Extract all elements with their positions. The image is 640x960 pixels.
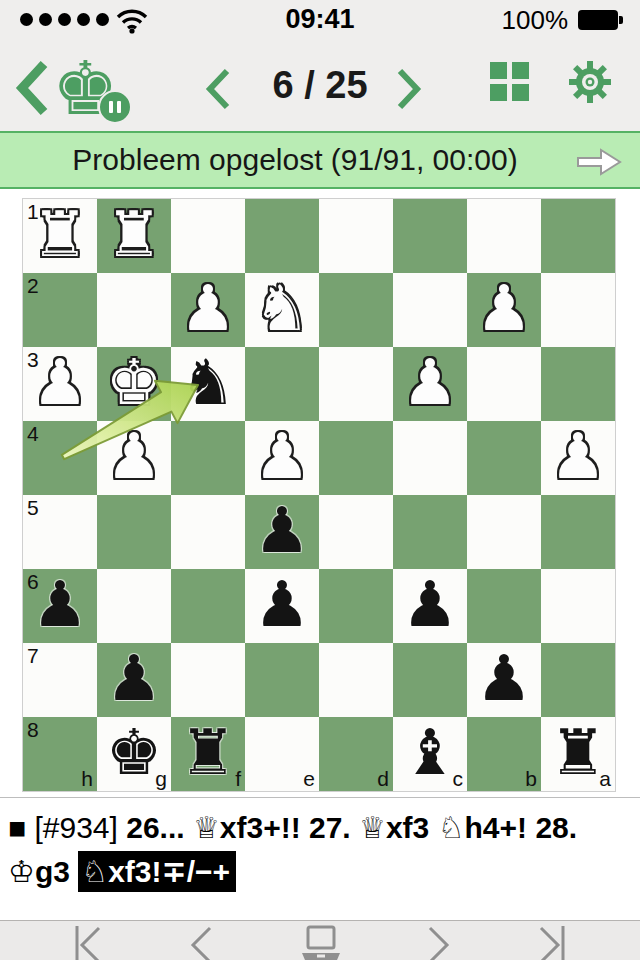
- white-p-piece: ♟: [541, 421, 615, 495]
- square-h6[interactable]: ♟6: [23, 569, 97, 643]
- square-b8[interactable]: b: [467, 717, 541, 791]
- rank-label-6: 6: [27, 570, 39, 594]
- square-h5[interactable]: 5: [23, 495, 97, 569]
- square-c5[interactable]: [393, 495, 467, 569]
- square-e5[interactable]: ♟: [245, 495, 319, 569]
- square-c1[interactable]: [393, 199, 467, 273]
- white-k-piece: ♚: [97, 347, 171, 421]
- go-last-button[interactable]: [531, 923, 575, 960]
- square-d3[interactable]: [319, 347, 393, 421]
- square-h2[interactable]: 2: [23, 273, 97, 347]
- square-a1[interactable]: [541, 199, 615, 273]
- square-f1[interactable]: [171, 199, 245, 273]
- file-label-d: d: [377, 767, 389, 791]
- square-b1[interactable]: [467, 199, 541, 273]
- square-b6[interactable]: [467, 569, 541, 643]
- file-label-h: h: [81, 767, 93, 791]
- square-c6[interactable]: ♟: [393, 569, 467, 643]
- square-e3[interactable]: [245, 347, 319, 421]
- notation-segment: ■ [#934]: [8, 811, 126, 844]
- square-d5[interactable]: [319, 495, 393, 569]
- white-r-piece: ♜: [97, 199, 171, 273]
- status-banner: Probleem opgelost (91/91, 00:00): [0, 131, 640, 189]
- square-d1[interactable]: [319, 199, 393, 273]
- problem-pager: 6 / 25: [0, 58, 640, 118]
- problem-counter: 6 / 25: [0, 64, 640, 107]
- square-a4[interactable]: ♟: [541, 421, 615, 495]
- square-e6[interactable]: ♟: [245, 569, 319, 643]
- square-b5[interactable]: [467, 495, 541, 569]
- square-h8[interactable]: 8h: [23, 717, 97, 791]
- square-h7[interactable]: 7: [23, 643, 97, 717]
- square-h1[interactable]: ♜1: [23, 199, 97, 273]
- black-n-piece: ♞: [171, 347, 245, 421]
- move-notation[interactable]: ■ [#934] 26... ♕xf3+!! 27. ♕xf3 ♘h4+! 28…: [0, 801, 640, 899]
- square-g3[interactable]: ♚: [97, 347, 171, 421]
- square-e8[interactable]: e: [245, 717, 319, 791]
- square-b7[interactable]: ♟: [467, 643, 541, 717]
- square-d8[interactable]: d: [319, 717, 393, 791]
- black-p-piece: ♟: [245, 569, 319, 643]
- square-a3[interactable]: [541, 347, 615, 421]
- status-bar: 09:41 100%: [0, 0, 640, 40]
- square-a6[interactable]: [541, 569, 615, 643]
- rank-label-5: 5: [27, 496, 39, 520]
- file-label-f: f: [235, 767, 241, 791]
- square-f3[interactable]: ♞: [171, 347, 245, 421]
- rank-label-4: 4: [27, 422, 39, 446]
- layout-grid-button[interactable]: [490, 62, 530, 102]
- square-d2[interactable]: [319, 273, 393, 347]
- square-e4[interactable]: ♟: [245, 421, 319, 495]
- rank-label-7: 7: [27, 644, 39, 668]
- square-a2[interactable]: [541, 273, 615, 347]
- battery-icon: [578, 10, 618, 30]
- board-grid: ♜1♜2♟♞♟♟3♚♞♟4♟♟♟5♟♟6♟♟7♟♟8h♚g♜fed♝cb♜a: [23, 199, 615, 791]
- white-n-piece: ♞: [245, 273, 319, 347]
- square-f7[interactable]: [171, 643, 245, 717]
- square-e1[interactable]: [245, 199, 319, 273]
- square-e7[interactable]: [245, 643, 319, 717]
- square-g8[interactable]: ♚g: [97, 717, 171, 791]
- square-f6[interactable]: [171, 569, 245, 643]
- square-f2[interactable]: ♟: [171, 273, 245, 347]
- square-g1[interactable]: ♜: [97, 199, 171, 273]
- go-prev-button[interactable]: [180, 923, 224, 960]
- square-c8[interactable]: ♝c: [393, 717, 467, 791]
- black-p-piece: ♟: [245, 495, 319, 569]
- square-g4[interactable]: ♟: [97, 421, 171, 495]
- square-f4[interactable]: [171, 421, 245, 495]
- board-view-button[interactable]: [294, 923, 346, 960]
- nav-bar: ♚ 6 / 25: [0, 40, 640, 131]
- file-label-c: c: [453, 767, 464, 791]
- square-c2[interactable]: [393, 273, 467, 347]
- white-p-piece: ♟: [467, 273, 541, 347]
- banner-next-arrow-button[interactable]: [576, 147, 622, 177]
- app-screen: 09:41 100% ♚ 6 / 25: [0, 0, 640, 960]
- black-p-piece: ♟: [97, 643, 171, 717]
- white-p-piece: ♟: [171, 273, 245, 347]
- rank-label-8: 8: [27, 718, 39, 742]
- square-g6[interactable]: [97, 569, 171, 643]
- square-c7[interactable]: [393, 643, 467, 717]
- black-r-piece: ♜: [171, 717, 245, 791]
- square-g5[interactable]: [97, 495, 171, 569]
- rank-label-2: 2: [27, 274, 39, 298]
- file-label-a: a: [599, 767, 611, 791]
- white-p-piece: ♟: [393, 347, 467, 421]
- square-a5[interactable]: [541, 495, 615, 569]
- square-f5[interactable]: [171, 495, 245, 569]
- square-h3[interactable]: ♟3: [23, 347, 97, 421]
- white-p-piece: ♟: [245, 421, 319, 495]
- current-move-highlight: ♘xf3!∓/−+: [78, 851, 236, 892]
- file-label-b: b: [525, 767, 537, 791]
- file-label-e: e: [303, 767, 315, 791]
- square-c3[interactable]: ♟: [393, 347, 467, 421]
- laptop-icon: [302, 927, 340, 960]
- white-p-piece: ♟: [97, 421, 171, 495]
- go-next-button[interactable]: [416, 923, 460, 960]
- square-g7[interactable]: ♟: [97, 643, 171, 717]
- square-c4[interactable]: [393, 421, 467, 495]
- square-e2[interactable]: ♞: [245, 273, 319, 347]
- square-f8[interactable]: ♜f: [171, 717, 245, 791]
- square-d7[interactable]: [319, 643, 393, 717]
- banner-text: Probleem opgelost (91/91, 00:00): [72, 143, 517, 177]
- next-problem-button[interactable]: [396, 68, 422, 110]
- square-d4[interactable]: [319, 421, 393, 495]
- black-p-piece: ♟: [393, 569, 467, 643]
- square-b3[interactable]: [467, 347, 541, 421]
- file-label-g: g: [155, 767, 167, 791]
- separator-line: [0, 797, 640, 798]
- chess-board: ♜1♜2♟♞♟♟3♚♞♟4♟♟♟5♟♟6♟♟7♟♟8h♚g♜fed♝cb♜a: [22, 198, 616, 792]
- header: 09:41 100% ♚ 6 / 25: [0, 0, 640, 131]
- square-h4[interactable]: 4: [23, 421, 97, 495]
- rank-label-3: 3: [27, 348, 39, 372]
- square-b4[interactable]: [467, 421, 541, 495]
- rank-label-1: 1: [27, 200, 39, 224]
- square-a7[interactable]: [541, 643, 615, 717]
- square-d6[interactable]: [319, 569, 393, 643]
- square-g2[interactable]: [97, 273, 171, 347]
- square-a8[interactable]: ♜a: [541, 717, 615, 791]
- battery-percent: 100%: [502, 5, 569, 36]
- go-first-button[interactable]: [65, 923, 109, 960]
- black-p-piece: ♟: [467, 643, 541, 717]
- square-b2[interactable]: ♟: [467, 273, 541, 347]
- settings-gear-button[interactable]: [568, 60, 612, 104]
- bottom-toolbar: [0, 920, 640, 960]
